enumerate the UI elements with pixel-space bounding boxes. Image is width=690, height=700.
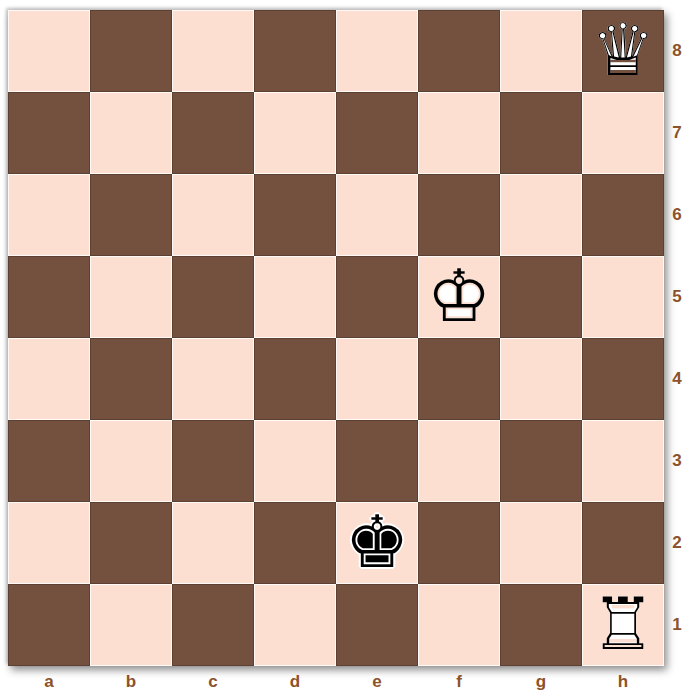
square-a2[interactable] <box>8 502 90 584</box>
square-d4[interactable] <box>254 338 336 420</box>
square-d8[interactable] <box>254 10 336 92</box>
square-f1[interactable] <box>418 584 500 666</box>
square-d3[interactable] <box>254 420 336 502</box>
square-f7[interactable] <box>418 92 500 174</box>
square-a4[interactable] <box>8 338 90 420</box>
black-king[interactable]: ♚ <box>336 502 418 584</box>
square-c8[interactable] <box>172 10 254 92</box>
square-c7[interactable] <box>172 92 254 174</box>
square-c1[interactable] <box>172 584 254 666</box>
square-b8[interactable] <box>90 10 172 92</box>
white-king[interactable]: ♚♔ <box>418 256 500 338</box>
rank-label-3: 3 <box>664 420 690 502</box>
square-a8[interactable] <box>8 10 90 92</box>
square-b4[interactable] <box>90 338 172 420</box>
square-d2[interactable] <box>254 502 336 584</box>
file-label-c: c <box>172 666 254 698</box>
rank-label-7: 7 <box>664 92 690 174</box>
white-queen-outline-glyph: ♕ <box>582 10 664 92</box>
square-f5[interactable]: ♚♔ <box>418 256 500 338</box>
square-h8[interactable]: ♛♕ <box>582 10 664 92</box>
square-g3[interactable] <box>500 420 582 502</box>
square-a7[interactable] <box>8 92 90 174</box>
square-h3[interactable] <box>582 420 664 502</box>
rank-label-4: 4 <box>664 338 690 420</box>
square-g6[interactable] <box>500 174 582 256</box>
square-h6[interactable] <box>582 174 664 256</box>
square-a3[interactable] <box>8 420 90 502</box>
square-b1[interactable] <box>90 584 172 666</box>
square-g4[interactable] <box>500 338 582 420</box>
chess-board: ♛♕♚♔♚♜♖ <box>8 10 664 666</box>
square-g2[interactable] <box>500 502 582 584</box>
page: ♛♕♚♔♚♜♖ 87654321 abcdefgh <box>0 0 690 700</box>
square-d1[interactable] <box>254 584 336 666</box>
file-label-e: e <box>336 666 418 698</box>
square-a6[interactable] <box>8 174 90 256</box>
square-e2[interactable]: ♚ <box>336 502 418 584</box>
rank-label-8: 8 <box>664 10 690 92</box>
white-rook[interactable]: ♜♖ <box>582 584 664 666</box>
square-e6[interactable] <box>336 174 418 256</box>
square-c5[interactable] <box>172 256 254 338</box>
rank-label-5: 5 <box>664 256 690 338</box>
rank-labels: 87654321 <box>664 10 690 666</box>
square-c2[interactable] <box>172 502 254 584</box>
square-f6[interactable] <box>418 174 500 256</box>
rank-label-1: 1 <box>664 584 690 666</box>
square-c4[interactable] <box>172 338 254 420</box>
square-b3[interactable] <box>90 420 172 502</box>
square-h1[interactable]: ♜♖ <box>582 584 664 666</box>
square-f3[interactable] <box>418 420 500 502</box>
square-f2[interactable] <box>418 502 500 584</box>
square-d7[interactable] <box>254 92 336 174</box>
file-label-g: g <box>500 666 582 698</box>
square-g5[interactable] <box>500 256 582 338</box>
square-h7[interactable] <box>582 92 664 174</box>
square-f4[interactable] <box>418 338 500 420</box>
square-g8[interactable] <box>500 10 582 92</box>
square-c3[interactable] <box>172 420 254 502</box>
square-g1[interactable] <box>500 584 582 666</box>
square-g7[interactable] <box>500 92 582 174</box>
square-e1[interactable] <box>336 584 418 666</box>
square-e4[interactable] <box>336 338 418 420</box>
square-b2[interactable] <box>90 502 172 584</box>
square-d6[interactable] <box>254 174 336 256</box>
square-f8[interactable] <box>418 10 500 92</box>
file-labels: abcdefgh <box>8 666 664 698</box>
square-b7[interactable] <box>90 92 172 174</box>
square-a1[interactable] <box>8 584 90 666</box>
square-b6[interactable] <box>90 174 172 256</box>
square-c6[interactable] <box>172 174 254 256</box>
square-e8[interactable] <box>336 10 418 92</box>
square-d5[interactable] <box>254 256 336 338</box>
white-rook-outline-glyph: ♖ <box>582 584 664 666</box>
white-queen[interactable]: ♛♕ <box>582 10 664 92</box>
rank-label-6: 6 <box>664 174 690 256</box>
white-king-outline-glyph: ♔ <box>418 256 500 338</box>
rank-label-2: 2 <box>664 502 690 584</box>
file-label-f: f <box>418 666 500 698</box>
square-e5[interactable] <box>336 256 418 338</box>
file-label-a: a <box>8 666 90 698</box>
square-b5[interactable] <box>90 256 172 338</box>
file-label-b: b <box>90 666 172 698</box>
file-label-d: d <box>254 666 336 698</box>
square-e3[interactable] <box>336 420 418 502</box>
square-h5[interactable] <box>582 256 664 338</box>
square-e7[interactable] <box>336 92 418 174</box>
square-a5[interactable] <box>8 256 90 338</box>
square-h4[interactable] <box>582 338 664 420</box>
square-h2[interactable] <box>582 502 664 584</box>
black-king-glyph: ♚ <box>336 502 418 584</box>
file-label-h: h <box>582 666 664 698</box>
